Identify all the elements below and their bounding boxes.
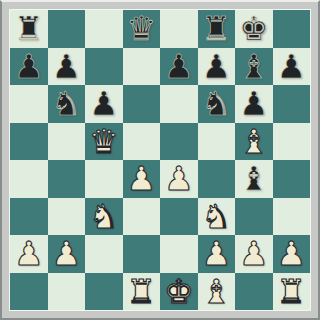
square-f3[interactable]: ♞ bbox=[198, 198, 236, 236]
square-a4[interactable] bbox=[10, 160, 48, 198]
white-queen-icon: ♛ bbox=[85, 123, 123, 161]
white-knight-icon: ♞ bbox=[198, 198, 236, 236]
square-b1[interactable] bbox=[48, 273, 86, 311]
black-knight-icon: ♞ bbox=[48, 85, 86, 123]
white-pawn-icon: ♟ bbox=[10, 235, 48, 273]
square-b4[interactable] bbox=[48, 160, 86, 198]
square-e6[interactable] bbox=[160, 85, 198, 123]
square-d7[interactable] bbox=[123, 48, 161, 86]
square-c6[interactable]: ♟ bbox=[85, 85, 123, 123]
white-pawn-icon: ♟ bbox=[123, 160, 161, 198]
square-a7[interactable]: ♟ bbox=[10, 48, 48, 86]
square-b2[interactable]: ♟ bbox=[48, 235, 86, 273]
black-bishop-icon: ♝ bbox=[235, 48, 273, 86]
white-pawn-icon: ♟ bbox=[48, 235, 86, 273]
black-queen-icon: ♛ bbox=[123, 10, 161, 48]
square-e1[interactable]: ♚ bbox=[160, 273, 198, 311]
white-pawn-icon: ♟ bbox=[235, 235, 273, 273]
square-h4[interactable] bbox=[273, 160, 311, 198]
black-pawn-icon: ♟ bbox=[160, 48, 198, 86]
black-king-icon: ♚ bbox=[235, 10, 273, 48]
black-pawn-icon: ♟ bbox=[85, 85, 123, 123]
square-a8[interactable]: ♜ bbox=[10, 10, 48, 48]
black-pawn-icon: ♟ bbox=[10, 48, 48, 86]
square-b5[interactable] bbox=[48, 123, 86, 161]
chess-board: ♜♛♜♚♟♟♟♟♝♟♞♟♞♟♛♝♟♟♝♞♞♟♟♟♟♟♜♚♝♜ bbox=[9, 9, 311, 311]
square-d1[interactable]: ♜ bbox=[123, 273, 161, 311]
square-d4[interactable]: ♟ bbox=[123, 160, 161, 198]
square-b7[interactable]: ♟ bbox=[48, 48, 86, 86]
square-c4[interactable] bbox=[85, 160, 123, 198]
square-h1[interactable]: ♜ bbox=[273, 273, 311, 311]
square-b8[interactable] bbox=[48, 10, 86, 48]
square-h6[interactable] bbox=[273, 85, 311, 123]
square-a1[interactable] bbox=[10, 273, 48, 311]
square-c7[interactable] bbox=[85, 48, 123, 86]
square-d5[interactable] bbox=[123, 123, 161, 161]
square-d3[interactable] bbox=[123, 198, 161, 236]
square-b3[interactable] bbox=[48, 198, 86, 236]
square-f1[interactable]: ♝ bbox=[198, 273, 236, 311]
black-pawn-icon: ♟ bbox=[198, 48, 236, 86]
black-pawn-icon: ♟ bbox=[273, 48, 311, 86]
white-king-icon: ♚ bbox=[160, 273, 198, 311]
square-d2[interactable] bbox=[123, 235, 161, 273]
black-rook-icon: ♜ bbox=[10, 10, 48, 48]
square-e8[interactable] bbox=[160, 10, 198, 48]
black-knight-icon: ♞ bbox=[198, 85, 236, 123]
white-bishop-icon: ♝ bbox=[198, 273, 236, 311]
black-rook-icon: ♜ bbox=[198, 10, 236, 48]
square-c2[interactable] bbox=[85, 235, 123, 273]
square-e4[interactable]: ♟ bbox=[160, 160, 198, 198]
square-c8[interactable] bbox=[85, 10, 123, 48]
white-bishop-icon: ♝ bbox=[235, 123, 273, 161]
black-pawn-icon: ♟ bbox=[48, 48, 86, 86]
square-h7[interactable]: ♟ bbox=[273, 48, 311, 86]
square-d8[interactable]: ♛ bbox=[123, 10, 161, 48]
white-pawn-icon: ♟ bbox=[198, 235, 236, 273]
square-g4[interactable]: ♝ bbox=[235, 160, 273, 198]
square-e3[interactable] bbox=[160, 198, 198, 236]
square-g8[interactable]: ♚ bbox=[235, 10, 273, 48]
black-pawn-icon: ♟ bbox=[235, 85, 273, 123]
square-h8[interactable] bbox=[273, 10, 311, 48]
square-f4[interactable] bbox=[198, 160, 236, 198]
square-e5[interactable] bbox=[160, 123, 198, 161]
square-a6[interactable] bbox=[10, 85, 48, 123]
square-c1[interactable] bbox=[85, 273, 123, 311]
white-pawn-icon: ♟ bbox=[160, 160, 198, 198]
square-d6[interactable] bbox=[123, 85, 161, 123]
black-bishop-icon: ♝ bbox=[235, 160, 273, 198]
square-a3[interactable] bbox=[10, 198, 48, 236]
square-c5[interactable]: ♛ bbox=[85, 123, 123, 161]
square-f2[interactable]: ♟ bbox=[198, 235, 236, 273]
square-f5[interactable] bbox=[198, 123, 236, 161]
square-a5[interactable] bbox=[10, 123, 48, 161]
square-c3[interactable]: ♞ bbox=[85, 198, 123, 236]
square-b6[interactable]: ♞ bbox=[48, 85, 86, 123]
square-g5[interactable]: ♝ bbox=[235, 123, 273, 161]
white-rook-icon: ♜ bbox=[123, 273, 161, 311]
square-g1[interactable] bbox=[235, 273, 273, 311]
square-h5[interactable] bbox=[273, 123, 311, 161]
square-a2[interactable]: ♟ bbox=[10, 235, 48, 273]
white-pawn-icon: ♟ bbox=[273, 235, 311, 273]
square-e7[interactable]: ♟ bbox=[160, 48, 198, 86]
chess-board-frame: ♜♛♜♚♟♟♟♟♝♟♞♟♞♟♛♝♟♟♝♞♞♟♟♟♟♟♜♚♝♜ bbox=[0, 0, 320, 320]
square-g6[interactable]: ♟ bbox=[235, 85, 273, 123]
square-e2[interactable] bbox=[160, 235, 198, 273]
white-knight-icon: ♞ bbox=[85, 198, 123, 236]
square-h3[interactable] bbox=[273, 198, 311, 236]
square-g2[interactable]: ♟ bbox=[235, 235, 273, 273]
square-g7[interactable]: ♝ bbox=[235, 48, 273, 86]
square-g3[interactable] bbox=[235, 198, 273, 236]
square-h2[interactable]: ♟ bbox=[273, 235, 311, 273]
square-f7[interactable]: ♟ bbox=[198, 48, 236, 86]
square-f8[interactable]: ♜ bbox=[198, 10, 236, 48]
square-f6[interactable]: ♞ bbox=[198, 85, 236, 123]
white-rook-icon: ♜ bbox=[273, 273, 311, 311]
